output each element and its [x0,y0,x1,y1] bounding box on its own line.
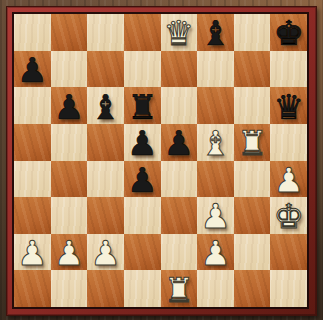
square-g7[interactable] [234,51,271,88]
square-g4[interactable] [234,161,271,198]
square-d7[interactable] [124,51,161,88]
square-e3[interactable] [161,197,198,234]
square-f1[interactable] [197,270,234,307]
square-f8[interactable]: ♝ [197,14,234,51]
piece-black-pawn-e5[interactable]: ♟ [164,126,194,160]
chessboard: ♛♝♚♟♟♝♜♛♟♟♝♜♟♟♟♚♟♟♟♟♜ [14,14,307,307]
square-h5[interactable] [270,124,307,161]
square-h1[interactable] [270,270,307,307]
piece-white-rook-e1[interactable]: ♜ [164,273,194,307]
square-d1[interactable] [124,270,161,307]
square-c7[interactable] [87,51,124,88]
piece-black-pawn-b6[interactable]: ♟ [54,90,84,124]
piece-black-queen-h6[interactable]: ♛ [273,90,303,124]
square-a3[interactable] [14,197,51,234]
piece-black-pawn-d5[interactable]: ♟ [127,126,157,160]
square-g5[interactable]: ♜ [234,124,271,161]
piece-black-bishop-c6[interactable]: ♝ [90,90,120,124]
piece-white-pawn-c2[interactable]: ♟ [90,236,120,270]
square-e2[interactable] [161,234,198,271]
square-b7[interactable] [51,51,88,88]
square-h7[interactable] [270,51,307,88]
piece-white-pawn-f2[interactable]: ♟ [200,236,230,270]
square-b6[interactable]: ♟ [51,87,88,124]
square-c5[interactable] [87,124,124,161]
square-e4[interactable] [161,161,198,198]
square-g1[interactable] [234,270,271,307]
piece-black-rook-d6[interactable]: ♜ [127,90,157,124]
piece-black-bishop-f8[interactable]: ♝ [200,16,230,50]
piece-white-bishop-f5[interactable]: ♝ [200,126,230,160]
square-a6[interactable] [14,87,51,124]
square-h4[interactable]: ♟ [270,161,307,198]
piece-white-pawn-f3[interactable]: ♟ [200,199,230,233]
square-d8[interactable] [124,14,161,51]
square-b3[interactable] [51,197,88,234]
piece-white-pawn-b2[interactable]: ♟ [54,236,84,270]
square-f5[interactable]: ♝ [197,124,234,161]
square-a8[interactable] [14,14,51,51]
square-d3[interactable] [124,197,161,234]
piece-white-rook-g5[interactable]: ♜ [237,126,267,160]
square-h3[interactable]: ♚ [270,197,307,234]
piece-white-pawn-a2[interactable]: ♟ [17,236,47,270]
square-a1[interactable] [14,270,51,307]
square-e7[interactable] [161,51,198,88]
square-h6[interactable]: ♛ [270,87,307,124]
square-c1[interactable] [87,270,124,307]
square-d2[interactable] [124,234,161,271]
square-d5[interactable]: ♟ [124,124,161,161]
square-b5[interactable] [51,124,88,161]
square-d4[interactable]: ♟ [124,161,161,198]
square-b2[interactable]: ♟ [51,234,88,271]
square-a2[interactable]: ♟ [14,234,51,271]
piece-black-pawn-a7[interactable]: ♟ [17,53,47,87]
piece-white-pawn-h4[interactable]: ♟ [273,163,303,197]
square-e1[interactable]: ♜ [161,270,198,307]
square-f7[interactable] [197,51,234,88]
square-e8[interactable]: ♛ [161,14,198,51]
square-c4[interactable] [87,161,124,198]
square-c2[interactable]: ♟ [87,234,124,271]
square-f4[interactable] [197,161,234,198]
square-e6[interactable] [161,87,198,124]
square-b8[interactable] [51,14,88,51]
wood-table-background: ♛♝♚♟♟♝♜♛♟♟♝♜♟♟♟♚♟♟♟♟♜ [0,0,323,320]
piece-black-pawn-d4[interactable]: ♟ [127,163,157,197]
piece-white-king-h3[interactable]: ♚ [273,199,303,233]
square-c6[interactable]: ♝ [87,87,124,124]
piece-white-queen-e8[interactable]: ♛ [164,16,194,50]
square-f3[interactable]: ♟ [197,197,234,234]
square-g2[interactable] [234,234,271,271]
square-b4[interactable] [51,161,88,198]
square-h8[interactable]: ♚ [270,14,307,51]
square-e5[interactable]: ♟ [161,124,198,161]
square-g6[interactable] [234,87,271,124]
square-h2[interactable] [270,234,307,271]
square-f2[interactable]: ♟ [197,234,234,271]
square-a4[interactable] [14,161,51,198]
piece-black-king-h8[interactable]: ♚ [273,16,303,50]
square-g3[interactable] [234,197,271,234]
square-c8[interactable] [87,14,124,51]
square-c3[interactable] [87,197,124,234]
square-b1[interactable] [51,270,88,307]
square-a5[interactable] [14,124,51,161]
square-g8[interactable] [234,14,271,51]
square-d6[interactable]: ♜ [124,87,161,124]
square-a7[interactable]: ♟ [14,51,51,88]
square-f6[interactable] [197,87,234,124]
